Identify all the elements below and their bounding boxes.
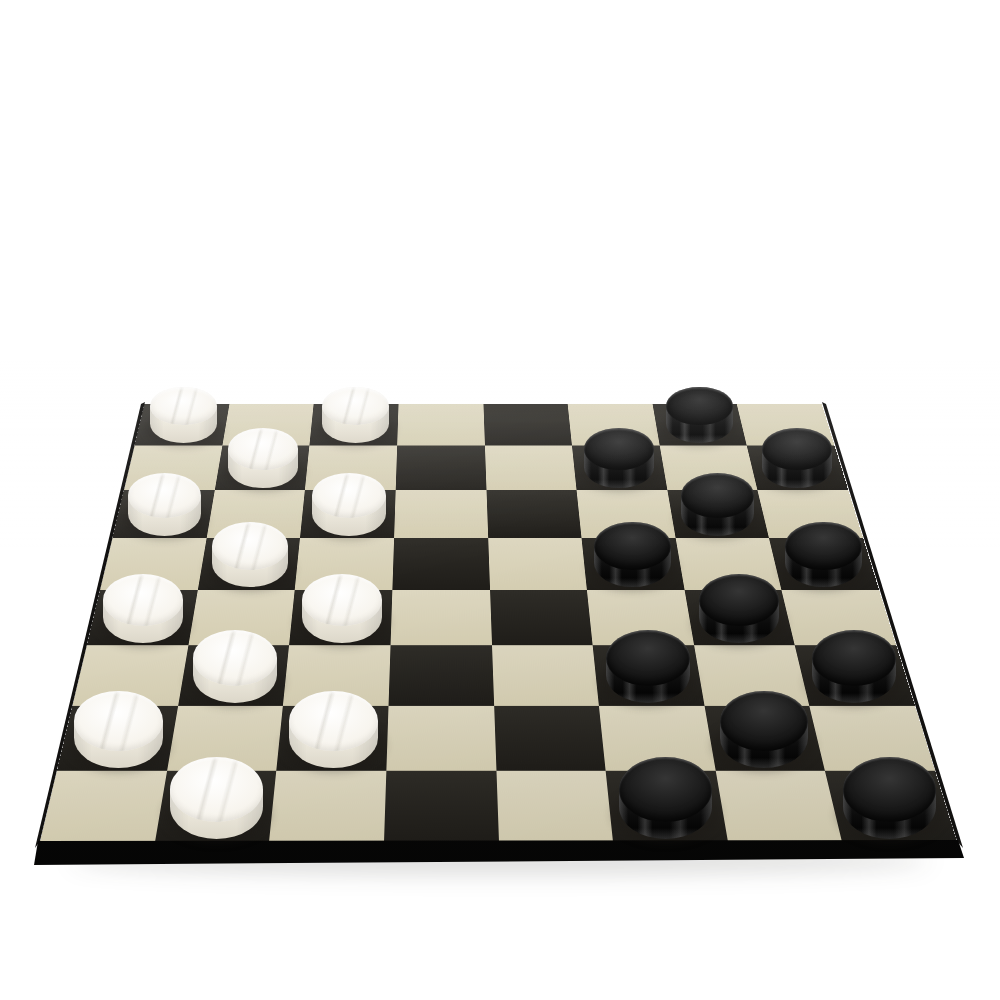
checker-black-h1[interactable]	[843, 757, 936, 839]
checker-black-g6[interactable]	[681, 473, 754, 535]
checker-black-h5[interactable]	[785, 522, 862, 588]
checker-black-g2[interactable]	[720, 691, 809, 768]
checker-white-c6[interactable]	[312, 473, 385, 535]
checker-black-f5[interactable]	[594, 522, 671, 588]
product-photo-scene	[0, 0, 1000, 1000]
checker-white-a6[interactable]	[128, 473, 201, 535]
checker-white-b1[interactable]	[170, 757, 263, 839]
checker-white-c2[interactable]	[289, 691, 378, 768]
checker-top-face	[302, 574, 382, 626]
checker-top-face	[322, 387, 389, 426]
checker-black-h7[interactable]	[762, 428, 832, 487]
checker-top-face	[212, 522, 289, 570]
checker-white-a8[interactable]	[150, 387, 217, 443]
checker-black-g8[interactable]	[666, 387, 733, 443]
checker-black-h3[interactable]	[812, 630, 896, 703]
checker-white-c4[interactable]	[302, 574, 382, 643]
checker-top-face	[843, 757, 936, 822]
checker-top-face	[699, 574, 779, 626]
checker-black-f3[interactable]	[606, 630, 690, 703]
checker-white-b5[interactable]	[212, 522, 289, 588]
checker-white-a4[interactable]	[103, 574, 183, 643]
checker-top-face	[812, 630, 896, 686]
checker-top-face	[289, 691, 378, 751]
checker-white-c8[interactable]	[322, 387, 389, 443]
checker-top-face	[193, 630, 277, 686]
checker-black-f1[interactable]	[619, 757, 712, 839]
checker-top-face	[74, 691, 163, 751]
checker-top-face	[594, 522, 671, 570]
checker-top-face	[228, 428, 298, 470]
checker-top-face	[312, 473, 385, 518]
checker-top-face	[666, 387, 733, 426]
checker-white-b7[interactable]	[228, 428, 298, 487]
checker-white-b3[interactable]	[193, 630, 277, 703]
checker-top-face	[720, 691, 809, 751]
checker-black-f7[interactable]	[584, 428, 654, 487]
checker-top-face	[785, 522, 862, 570]
pieces-layer	[0, 0, 1000, 1000]
checker-white-a2[interactable]	[74, 691, 163, 768]
checker-top-face	[150, 387, 217, 426]
checker-top-face	[619, 757, 712, 822]
checker-black-g4[interactable]	[699, 574, 779, 643]
checker-top-face	[170, 757, 263, 822]
checker-top-face	[606, 630, 690, 686]
checker-top-face	[103, 574, 183, 626]
